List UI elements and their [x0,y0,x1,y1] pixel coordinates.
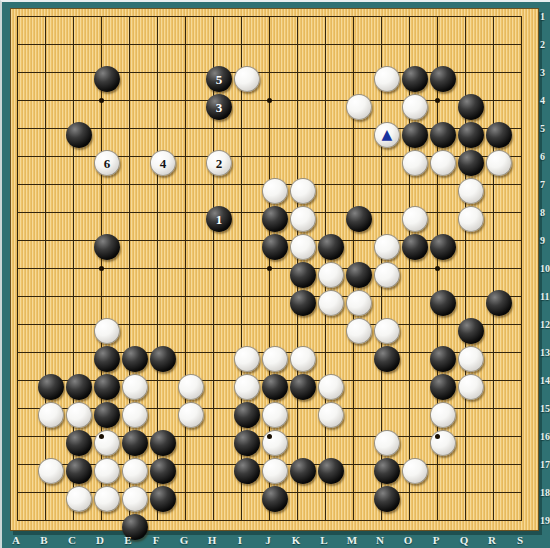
intersection-S3[interactable] [513,65,541,93]
intersection-Q4[interactable] [457,93,485,121]
intersection-L11[interactable] [317,289,345,317]
intersection-R18[interactable] [485,485,513,513]
intersection-A8[interactable] [9,205,37,233]
intersection-I16[interactable] [233,429,261,457]
intersection-B1[interactable] [37,9,65,37]
intersection-M14[interactable] [345,373,373,401]
intersection-F3[interactable] [149,65,177,93]
intersection-B9[interactable] [37,233,65,261]
intersection-O6[interactable] [401,149,429,177]
intersection-F15[interactable] [149,401,177,429]
intersection-L15[interactable] [317,401,345,429]
intersection-B4[interactable] [37,93,65,121]
intersection-E1[interactable] [121,9,149,37]
intersection-I17[interactable] [233,457,261,485]
intersection-D1[interactable] [93,9,121,37]
intersection-S5[interactable] [513,121,541,149]
intersection-A3[interactable] [9,65,37,93]
intersection-P14[interactable] [429,373,457,401]
intersection-G5[interactable] [177,121,205,149]
intersection-R8[interactable] [485,205,513,233]
intersection-P10[interactable] [429,261,457,289]
intersection-C12[interactable] [65,317,93,345]
intersection-I7[interactable] [233,177,261,205]
intersection-I11[interactable] [233,289,261,317]
intersection-I5[interactable] [233,121,261,149]
intersection-L16[interactable] [317,429,345,457]
intersection-K2[interactable] [289,37,317,65]
intersection-K5[interactable] [289,121,317,149]
intersection-G3[interactable] [177,65,205,93]
intersection-B14[interactable] [37,373,65,401]
intersection-J18[interactable] [261,485,289,513]
intersection-K4[interactable] [289,93,317,121]
intersection-O7[interactable] [401,177,429,205]
intersection-N11[interactable] [373,289,401,317]
intersection-P8[interactable] [429,205,457,233]
intersection-A18[interactable] [9,485,37,513]
intersection-F11[interactable] [149,289,177,317]
intersection-K12[interactable] [289,317,317,345]
intersection-Q7[interactable] [457,177,485,205]
intersection-D15[interactable] [93,401,121,429]
intersection-R10[interactable] [485,261,513,289]
intersection-C6[interactable] [65,149,93,177]
intersection-L13[interactable] [317,345,345,373]
intersection-G15[interactable] [177,401,205,429]
intersection-H5[interactable] [205,121,233,149]
intersection-D7[interactable] [93,177,121,205]
intersection-R2[interactable] [485,37,513,65]
intersection-J4[interactable] [261,93,289,121]
intersection-G9[interactable] [177,233,205,261]
intersection-D3[interactable] [93,65,121,93]
intersection-S14[interactable] [513,373,541,401]
intersection-P5[interactable] [429,121,457,149]
intersection-R5[interactable] [485,121,513,149]
intersection-M12[interactable] [345,317,373,345]
intersection-O12[interactable] [401,317,429,345]
intersection-C8[interactable] [65,205,93,233]
intersection-E13[interactable] [121,345,149,373]
intersection-F2[interactable] [149,37,177,65]
intersection-D17[interactable] [93,457,121,485]
intersection-K11[interactable] [289,289,317,317]
intersection-O3[interactable] [401,65,429,93]
intersection-L17[interactable] [317,457,345,485]
intersection-H18[interactable] [205,485,233,513]
intersection-L3[interactable] [317,65,345,93]
intersection-K18[interactable] [289,485,317,513]
intersection-D10[interactable] [93,261,121,289]
intersection-E18[interactable] [121,485,149,513]
intersection-D16[interactable] [93,429,121,457]
intersection-Q15[interactable] [457,401,485,429]
intersection-M13[interactable] [345,345,373,373]
intersection-H10[interactable] [205,261,233,289]
intersection-C15[interactable] [65,401,93,429]
intersection-H17[interactable] [205,457,233,485]
intersection-J3[interactable] [261,65,289,93]
intersection-H3[interactable]: 5 [205,65,233,93]
intersection-E4[interactable] [121,93,149,121]
intersection-D12[interactable] [93,317,121,345]
intersection-L1[interactable] [317,9,345,37]
intersection-H15[interactable] [205,401,233,429]
intersection-D18[interactable] [93,485,121,513]
intersection-F13[interactable] [149,345,177,373]
intersection-O5[interactable] [401,121,429,149]
intersection-S8[interactable] [513,205,541,233]
intersection-B10[interactable] [37,261,65,289]
intersection-G10[interactable] [177,261,205,289]
intersection-P2[interactable] [429,37,457,65]
intersection-I9[interactable] [233,233,261,261]
intersection-O4[interactable] [401,93,429,121]
intersection-I6[interactable] [233,149,261,177]
intersection-E2[interactable] [121,37,149,65]
intersection-I1[interactable] [233,9,261,37]
intersection-G13[interactable] [177,345,205,373]
intersection-Q16[interactable] [457,429,485,457]
intersection-R6[interactable] [485,149,513,177]
intersection-N8[interactable] [373,205,401,233]
intersection-C9[interactable] [65,233,93,261]
intersection-D6[interactable]: 6 [93,149,121,177]
intersection-J11[interactable] [261,289,289,317]
intersection-K17[interactable] [289,457,317,485]
intersection-M9[interactable] [345,233,373,261]
intersection-L4[interactable] [317,93,345,121]
intersection-P9[interactable] [429,233,457,261]
intersection-N2[interactable] [373,37,401,65]
intersection-O8[interactable] [401,205,429,233]
intersection-A14[interactable] [9,373,37,401]
intersection-E10[interactable] [121,261,149,289]
intersection-G4[interactable] [177,93,205,121]
intersection-H11[interactable] [205,289,233,317]
intersection-H4[interactable]: 3 [205,93,233,121]
intersection-B12[interactable] [37,317,65,345]
intersection-C13[interactable] [65,345,93,373]
intersection-Q1[interactable] [457,9,485,37]
intersection-J14[interactable] [261,373,289,401]
intersection-A6[interactable] [9,149,37,177]
intersection-F17[interactable] [149,457,177,485]
intersection-O1[interactable] [401,9,429,37]
intersection-Q6[interactable] [457,149,485,177]
intersection-M1[interactable] [345,9,373,37]
intersection-K7[interactable] [289,177,317,205]
intersection-J6[interactable] [261,149,289,177]
intersection-M7[interactable] [345,177,373,205]
intersection-E3[interactable] [121,65,149,93]
intersection-I8[interactable] [233,205,261,233]
intersection-N10[interactable] [373,261,401,289]
intersection-K15[interactable] [289,401,317,429]
intersection-N18[interactable] [373,485,401,513]
intersection-J5[interactable] [261,121,289,149]
intersection-P12[interactable] [429,317,457,345]
intersection-I2[interactable] [233,37,261,65]
intersection-K13[interactable] [289,345,317,373]
intersection-C14[interactable] [65,373,93,401]
intersection-R3[interactable] [485,65,513,93]
intersection-G17[interactable] [177,457,205,485]
intersection-N5[interactable]: ▲ [373,121,401,149]
intersection-N3[interactable] [373,65,401,93]
intersection-P6[interactable] [429,149,457,177]
intersection-E5[interactable] [121,121,149,149]
intersection-A2[interactable] [9,37,37,65]
intersection-H9[interactable] [205,233,233,261]
intersection-M16[interactable] [345,429,373,457]
intersection-I10[interactable] [233,261,261,289]
intersection-D2[interactable] [93,37,121,65]
intersection-S11[interactable] [513,289,541,317]
intersection-C3[interactable] [65,65,93,93]
intersection-F7[interactable] [149,177,177,205]
intersection-Q11[interactable] [457,289,485,317]
intersection-K1[interactable] [289,9,317,37]
intersection-L5[interactable] [317,121,345,149]
intersection-I15[interactable] [233,401,261,429]
intersection-N15[interactable] [373,401,401,429]
intersection-K8[interactable] [289,205,317,233]
intersection-N9[interactable] [373,233,401,261]
intersection-G16[interactable] [177,429,205,457]
intersection-E11[interactable] [121,289,149,317]
intersection-L2[interactable] [317,37,345,65]
intersection-B7[interactable] [37,177,65,205]
intersection-O9[interactable] [401,233,429,261]
intersection-S6[interactable] [513,149,541,177]
intersection-E15[interactable] [121,401,149,429]
intersection-O18[interactable] [401,485,429,513]
intersection-N7[interactable] [373,177,401,205]
intersection-Q3[interactable] [457,65,485,93]
intersection-P1[interactable] [429,9,457,37]
intersection-N1[interactable] [373,9,401,37]
intersection-E16[interactable] [121,429,149,457]
intersection-J2[interactable] [261,37,289,65]
intersection-L9[interactable] [317,233,345,261]
intersection-N13[interactable] [373,345,401,373]
intersection-M6[interactable] [345,149,373,177]
intersection-N4[interactable] [373,93,401,121]
intersection-J7[interactable] [261,177,289,205]
intersection-F6[interactable]: 4 [149,149,177,177]
intersection-L10[interactable] [317,261,345,289]
intersection-L18[interactable] [317,485,345,513]
intersection-P3[interactable] [429,65,457,93]
intersection-J13[interactable] [261,345,289,373]
intersection-J1[interactable] [261,9,289,37]
intersection-I12[interactable] [233,317,261,345]
intersection-C10[interactable] [65,261,93,289]
intersection-Q14[interactable] [457,373,485,401]
intersection-F9[interactable] [149,233,177,261]
intersection-M10[interactable] [345,261,373,289]
intersection-F5[interactable] [149,121,177,149]
intersection-A12[interactable] [9,317,37,345]
intersection-A17[interactable] [9,457,37,485]
intersection-E17[interactable] [121,457,149,485]
intersection-B3[interactable] [37,65,65,93]
intersection-B5[interactable] [37,121,65,149]
intersection-B17[interactable] [37,457,65,485]
intersection-J17[interactable] [261,457,289,485]
intersection-O15[interactable] [401,401,429,429]
intersection-G2[interactable] [177,37,205,65]
intersection-S1[interactable] [513,9,541,37]
intersection-D11[interactable] [93,289,121,317]
intersection-C16[interactable] [65,429,93,457]
intersection-C1[interactable] [65,9,93,37]
intersection-G18[interactable] [177,485,205,513]
intersection-P4[interactable] [429,93,457,121]
intersection-C7[interactable] [65,177,93,205]
intersection-O17[interactable] [401,457,429,485]
intersection-A13[interactable] [9,345,37,373]
intersection-S4[interactable] [513,93,541,121]
intersection-O13[interactable] [401,345,429,373]
intersection-B18[interactable] [37,485,65,513]
intersection-M11[interactable] [345,289,373,317]
intersection-C11[interactable] [65,289,93,317]
intersection-I4[interactable] [233,93,261,121]
intersection-E6[interactable] [121,149,149,177]
intersection-D4[interactable] [93,93,121,121]
intersection-N14[interactable] [373,373,401,401]
intersection-J9[interactable] [261,233,289,261]
intersection-G6[interactable] [177,149,205,177]
intersection-F18[interactable] [149,485,177,513]
intersection-R12[interactable] [485,317,513,345]
intersection-Q10[interactable] [457,261,485,289]
intersection-K3[interactable] [289,65,317,93]
intersection-I13[interactable] [233,345,261,373]
intersection-P17[interactable] [429,457,457,485]
intersection-B16[interactable] [37,429,65,457]
intersection-M5[interactable] [345,121,373,149]
intersection-E7[interactable] [121,177,149,205]
intersection-Q18[interactable] [457,485,485,513]
intersection-P13[interactable] [429,345,457,373]
intersection-Q17[interactable] [457,457,485,485]
intersection-L14[interactable] [317,373,345,401]
intersection-Q12[interactable] [457,317,485,345]
intersection-H7[interactable] [205,177,233,205]
intersection-R4[interactable] [485,93,513,121]
intersection-M3[interactable] [345,65,373,93]
intersection-M15[interactable] [345,401,373,429]
intersection-I14[interactable] [233,373,261,401]
intersection-E8[interactable] [121,205,149,233]
intersection-H1[interactable] [205,9,233,37]
intersection-R17[interactable] [485,457,513,485]
intersection-R15[interactable] [485,401,513,429]
intersection-S13[interactable] [513,345,541,373]
intersection-S16[interactable] [513,429,541,457]
intersection-R13[interactable] [485,345,513,373]
intersection-D14[interactable] [93,373,121,401]
intersection-I3[interactable] [233,65,261,93]
intersection-K16[interactable] [289,429,317,457]
intersection-E12[interactable] [121,317,149,345]
intersection-B15[interactable] [37,401,65,429]
intersection-L12[interactable] [317,317,345,345]
intersection-A5[interactable] [9,121,37,149]
intersection-E9[interactable] [121,233,149,261]
intersection-B8[interactable] [37,205,65,233]
intersection-J16[interactable] [261,429,289,457]
intersection-G12[interactable] [177,317,205,345]
intersection-P7[interactable] [429,177,457,205]
intersection-D8[interactable] [93,205,121,233]
intersection-A11[interactable] [9,289,37,317]
intersection-R11[interactable] [485,289,513,317]
intersection-K6[interactable] [289,149,317,177]
intersection-F8[interactable] [149,205,177,233]
intersection-B6[interactable] [37,149,65,177]
intersection-R9[interactable] [485,233,513,261]
intersection-O11[interactable] [401,289,429,317]
intersection-N12[interactable] [373,317,401,345]
intersection-F14[interactable] [149,373,177,401]
intersection-K10[interactable] [289,261,317,289]
intersection-S17[interactable] [513,457,541,485]
intersection-F10[interactable] [149,261,177,289]
intersection-L6[interactable] [317,149,345,177]
intersection-Q8[interactable] [457,205,485,233]
intersection-O2[interactable] [401,37,429,65]
intersection-O10[interactable] [401,261,429,289]
intersection-B2[interactable] [37,37,65,65]
intersection-H2[interactable] [205,37,233,65]
intersection-Q2[interactable] [457,37,485,65]
intersection-C5[interactable] [65,121,93,149]
intersection-F12[interactable] [149,317,177,345]
intersection-R16[interactable] [485,429,513,457]
intersection-S9[interactable] [513,233,541,261]
intersection-M2[interactable] [345,37,373,65]
intersection-M17[interactable] [345,457,373,485]
intersection-P15[interactable] [429,401,457,429]
intersection-H12[interactable] [205,317,233,345]
intersection-K9[interactable] [289,233,317,261]
intersection-J12[interactable] [261,317,289,345]
intersection-A9[interactable] [9,233,37,261]
intersection-D5[interactable] [93,121,121,149]
intersection-S7[interactable] [513,177,541,205]
intersection-S12[interactable] [513,317,541,345]
intersection-B13[interactable] [37,345,65,373]
intersection-D9[interactable] [93,233,121,261]
intersection-F16[interactable] [149,429,177,457]
intersection-P11[interactable] [429,289,457,317]
intersection-G7[interactable] [177,177,205,205]
intersection-C2[interactable] [65,37,93,65]
intersection-A1[interactable] [9,9,37,37]
intersection-C17[interactable] [65,457,93,485]
intersection-O14[interactable] [401,373,429,401]
intersection-H16[interactable] [205,429,233,457]
intersection-M8[interactable] [345,205,373,233]
intersection-H13[interactable] [205,345,233,373]
intersection-A15[interactable] [9,401,37,429]
intersection-Q9[interactable] [457,233,485,261]
